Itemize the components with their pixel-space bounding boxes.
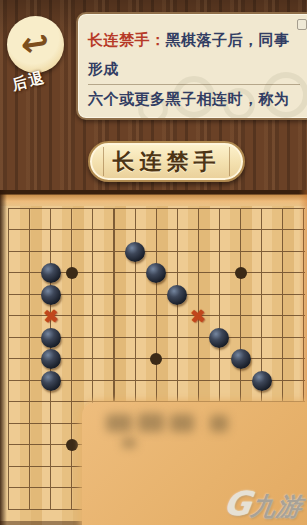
back-arrow-icon: ↩ bbox=[19, 24, 52, 62]
black-stone bbox=[41, 263, 61, 283]
blurred-text-blob bbox=[122, 438, 136, 448]
back-button[interactable]: ↩ bbox=[7, 16, 64, 73]
black-stone bbox=[209, 328, 229, 348]
rule-text-line-2: 六个或更多黑子相连时，称为长连 bbox=[88, 85, 300, 118]
black-stone bbox=[41, 328, 61, 348]
black-stone bbox=[125, 242, 145, 262]
black-stone bbox=[146, 263, 166, 283]
blurred-text-blob bbox=[210, 415, 228, 432]
black-stone bbox=[167, 285, 187, 305]
rule-text-line-1: 长连禁手：黑棋落子后，同事形成 bbox=[88, 26, 300, 85]
rule-description-panel: 长连禁手：黑棋落子后，同事形成 六个或更多黑子相连时，称为长连 禁手。 bbox=[76, 12, 307, 120]
black-stone bbox=[41, 371, 61, 391]
black-stone bbox=[41, 349, 61, 369]
blurred-text-blob bbox=[106, 414, 132, 432]
forbidden-x-mark: ✖ bbox=[42, 305, 59, 328]
watermark: G 九游 bbox=[222, 487, 306, 520]
star-point bbox=[66, 267, 78, 279]
blurred-text-blob bbox=[170, 414, 194, 432]
forbidden-x-mark: ✖ bbox=[190, 305, 207, 328]
black-stone bbox=[41, 285, 61, 305]
rule-term-highlight: 长连禁手： bbox=[88, 31, 166, 49]
rule-panel-body: 长连禁手：黑棋落子后，同事形成 六个或更多黑子相连时，称为长连 禁手。 bbox=[78, 14, 307, 118]
panel-corner-icon bbox=[297, 19, 307, 30]
page-title: 长连禁手 bbox=[113, 147, 221, 177]
star-point bbox=[235, 267, 247, 279]
black-stone bbox=[231, 349, 251, 369]
star-point bbox=[66, 439, 78, 451]
watermark-text: 九游 bbox=[249, 493, 305, 521]
title-plaque: 长连禁手 bbox=[88, 141, 245, 182]
blurred-text-blob bbox=[138, 413, 164, 432]
star-point bbox=[150, 353, 162, 365]
blurred-overlay: G 九游 bbox=[82, 402, 307, 525]
gomoku-board[interactable]: ✖✖ G 九游 bbox=[0, 190, 307, 525]
black-stone bbox=[252, 371, 272, 391]
back-button-label: 后退 bbox=[10, 68, 48, 95]
gomoku-tutorial-screen: ↩ 后退 长连禁手：黑棋落子后，同事形成 六个或更多黑子相连时，称为长连 禁手。… bbox=[0, 0, 307, 525]
